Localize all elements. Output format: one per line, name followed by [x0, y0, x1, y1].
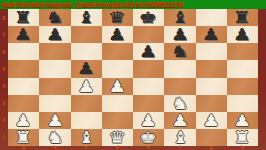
square-c1[interactable]: ♝ — [71, 129, 102, 146]
square-b6[interactable] — [39, 43, 70, 60]
square-a2[interactable]: ♟ — [8, 112, 39, 129]
rank-label: 8 — [0, 9, 8, 26]
black-pawn-icon: ♟ — [46, 26, 64, 43]
square-h3[interactable] — [227, 95, 258, 112]
white-pawn-icon: ♟ — [15, 112, 33, 129]
black-queen-icon: ♛ — [108, 9, 126, 26]
square-g2[interactable]: ♟ — [196, 112, 227, 129]
square-a6[interactable] — [8, 43, 39, 60]
square-f3[interactable]: ♞ — [164, 95, 195, 112]
rank-label: 4 — [0, 78, 8, 95]
square-f5[interactable] — [164, 60, 195, 77]
file-label: g — [196, 146, 227, 150]
square-f8[interactable]: ♝ — [164, 9, 195, 26]
white-pawn-icon: ♟ — [77, 78, 95, 95]
black-pawn-icon: ♟ — [108, 26, 126, 43]
square-a1[interactable]: ♜ — [8, 129, 39, 146]
black-pawn-icon: ♟ — [140, 43, 158, 60]
square-e2[interactable]: ♟ — [133, 112, 164, 129]
square-d7[interactable]: ♟ — [102, 26, 133, 43]
square-e4[interactable] — [133, 78, 164, 95]
square-g6[interactable] — [196, 43, 227, 60]
white-pawn-icon: ♟ — [171, 112, 189, 129]
title-bar: Hadi Ghorbani telegram: @beatchampion110… — [0, 0, 266, 9]
white-pawn-icon: ♟ — [46, 112, 64, 129]
white-king-icon: ♚ — [140, 129, 158, 146]
white-queen-icon: ♛ — [108, 129, 126, 146]
black-knight-icon: ♞ — [46, 9, 64, 26]
square-g3[interactable] — [196, 95, 227, 112]
square-c4[interactable]: ♟ — [71, 78, 102, 95]
black-pawn-icon: ♟ — [202, 26, 220, 43]
rank-label: 6 — [0, 43, 8, 60]
square-a7[interactable]: ♟ — [8, 26, 39, 43]
square-h7[interactable]: ♟ — [227, 26, 258, 43]
square-f6[interactable]: ♞ — [164, 43, 195, 60]
square-b8[interactable]: ♞ — [39, 9, 70, 26]
square-g8[interactable] — [196, 9, 227, 26]
square-g1[interactable] — [196, 129, 227, 146]
board-frame: 87654321 ♜♞♝♛♚♝♜♟♟♟♟♟♟♟♞♟♟♟♞♟♟♟♟♟♟♜♞♝♛♚♝… — [0, 9, 266, 150]
rank-label: 5 — [0, 60, 8, 77]
square-e5[interactable] — [133, 60, 164, 77]
black-rook-icon: ♜ — [233, 9, 251, 26]
black-pawn-icon: ♟ — [233, 26, 251, 43]
white-rook-icon: ♜ — [233, 129, 251, 146]
square-b7[interactable]: ♟ — [39, 26, 70, 43]
rank-labels: 87654321 — [0, 9, 8, 146]
square-c3[interactable] — [71, 95, 102, 112]
square-b4[interactable] — [39, 78, 70, 95]
square-d8[interactable]: ♛ — [102, 9, 133, 26]
black-pawn-icon: ♟ — [171, 26, 189, 43]
square-h6[interactable] — [227, 43, 258, 60]
white-bishop-icon: ♝ — [77, 129, 95, 146]
square-e8[interactable]: ♚ — [133, 9, 164, 26]
square-a4[interactable] — [8, 78, 39, 95]
white-pawn-icon: ♟ — [108, 78, 126, 95]
square-d4[interactable]: ♟ — [102, 78, 133, 95]
square-e1[interactable]: ♚ — [133, 129, 164, 146]
black-rook-icon: ♜ — [15, 9, 33, 26]
black-knight-icon: ♞ — [171, 43, 189, 60]
square-c5[interactable]: ♟ — [71, 60, 102, 77]
square-a8[interactable]: ♜ — [8, 9, 39, 26]
black-pawn-icon: ♟ — [15, 26, 33, 43]
square-d1[interactable]: ♛ — [102, 129, 133, 146]
square-b5[interactable] — [39, 60, 70, 77]
square-c8[interactable]: ♝ — [71, 9, 102, 26]
rank-label: 7 — [0, 26, 8, 43]
square-f4[interactable] — [164, 78, 195, 95]
square-d2[interactable] — [102, 112, 133, 129]
square-e7[interactable] — [133, 26, 164, 43]
rank-label: 2 — [0, 112, 8, 129]
white-knight-icon: ♞ — [46, 129, 64, 146]
square-h4[interactable] — [227, 78, 258, 95]
black-king-icon: ♚ — [140, 9, 158, 26]
black-bishop-icon: ♝ — [77, 9, 95, 26]
white-knight-icon: ♞ — [171, 95, 189, 112]
white-bishop-icon: ♝ — [171, 129, 189, 146]
square-h8[interactable]: ♜ — [227, 9, 258, 26]
square-a3[interactable] — [8, 95, 39, 112]
square-e3[interactable] — [133, 95, 164, 112]
square-c2[interactable] — [71, 112, 102, 129]
rank-label: 1 — [0, 129, 8, 146]
square-b2[interactable]: ♟ — [39, 112, 70, 129]
square-d3[interactable] — [102, 95, 133, 112]
white-pawn-icon: ♟ — [140, 112, 158, 129]
square-f2[interactable]: ♟ — [164, 112, 195, 129]
square-f1[interactable]: ♝ — [164, 129, 195, 146]
square-c7[interactable] — [71, 26, 102, 43]
black-bishop-icon: ♝ — [171, 9, 189, 26]
black-pawn-icon: ♟ — [77, 60, 95, 77]
square-a5[interactable] — [8, 60, 39, 77]
square-g4[interactable] — [196, 78, 227, 95]
square-h2[interactable]: ♟ — [227, 112, 258, 129]
rank-label: 3 — [0, 95, 8, 112]
white-pawn-icon: ♟ — [202, 112, 220, 129]
square-b3[interactable] — [39, 95, 70, 112]
square-h5[interactable] — [227, 60, 258, 77]
square-e6[interactable]: ♟ — [133, 43, 164, 60]
square-g5[interactable] — [196, 60, 227, 77]
square-d5[interactable] — [102, 60, 133, 77]
white-rook-icon: ♜ — [15, 129, 33, 146]
square-b1[interactable]: ♞ — [39, 129, 70, 146]
square-c6[interactable] — [71, 43, 102, 60]
square-d6[interactable] — [102, 43, 133, 60]
square-f7[interactable]: ♟ — [164, 26, 195, 43]
white-pawn-icon: ♟ — [233, 112, 251, 129]
square-g7[interactable]: ♟ — [196, 26, 227, 43]
board: ♜♞♝♛♚♝♜♟♟♟♟♟♟♟♞♟♟♟♞♟♟♟♟♟♟♜♞♝♛♚♝♜ — [8, 9, 258, 146]
square-h1[interactable]: ♜ — [227, 129, 258, 146]
app-window: Hadi Ghorbani telegram: @beatchampion110… — [0, 0, 266, 150]
